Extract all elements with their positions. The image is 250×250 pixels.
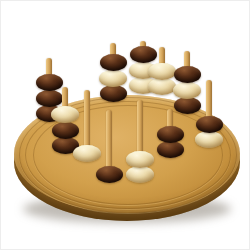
dark-bead [157, 141, 184, 158]
dark-bead [100, 85, 127, 102]
dark-bead [96, 166, 123, 183]
dark-bead [174, 66, 201, 83]
dark-bead [196, 116, 223, 133]
dark-bead [157, 126, 184, 143]
light-bead [126, 166, 154, 183]
light-bead [51, 106, 79, 123]
dark-bead [130, 46, 157, 63]
light-bead [73, 145, 101, 162]
light-bead [195, 131, 223, 148]
light-bead [148, 78, 176, 95]
light-bead [99, 70, 127, 87]
dark-bead [174, 97, 201, 114]
dark-bead [52, 122, 79, 139]
light-bead [126, 151, 154, 168]
dark-bead [36, 74, 63, 91]
dark-bead [100, 54, 127, 71]
board-scene [0, 0, 250, 250]
dark-bead [36, 90, 63, 107]
light-bead [148, 63, 176, 80]
light-bead [173, 82, 201, 99]
